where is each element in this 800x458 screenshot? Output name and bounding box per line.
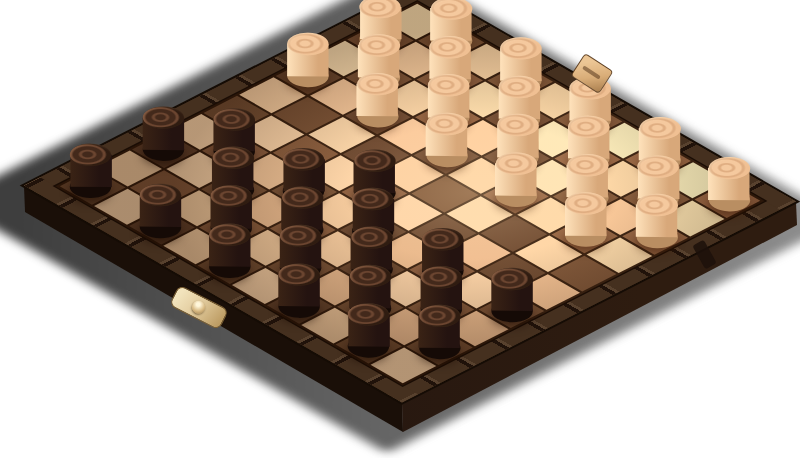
draughts-board xyxy=(24,0,796,403)
draughts-photo xyxy=(0,0,800,458)
latch-knob-icon xyxy=(190,299,207,316)
